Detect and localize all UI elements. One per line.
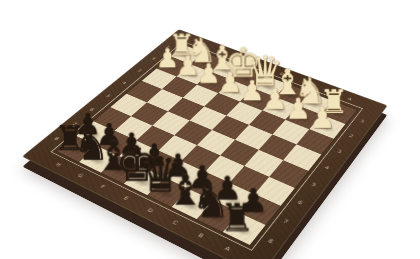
- piece-white-pawn[interactable]: ♟: [285, 95, 311, 124]
- piece-white-pawn[interactable]: ♟: [240, 77, 265, 105]
- piece-black-rook[interactable]: ♜: [220, 199, 254, 237]
- piece-white-pawn[interactable]: ♟: [262, 86, 287, 114]
- photo-scene: HGFEDCBA HGFEDCBA 12345678 12345678 ♜♞♝♚…: [0, 0, 420, 259]
- chess-board: HGFEDCBA HGFEDCBA 12345678 12345678 ♜♞♝♚…: [22, 29, 388, 259]
- piece-white-pawn[interactable]: ♟: [309, 104, 335, 133]
